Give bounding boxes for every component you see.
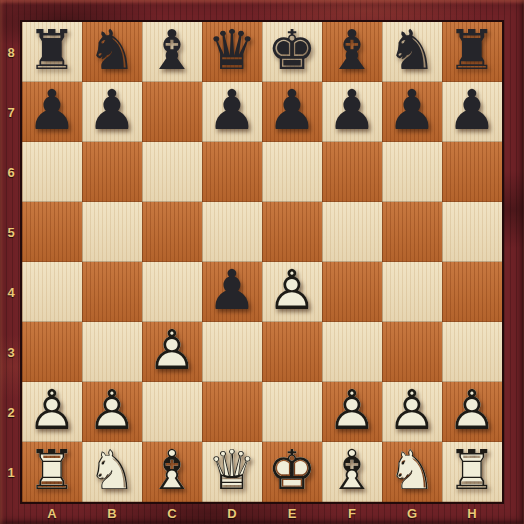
square-d2[interactable] xyxy=(202,382,262,442)
file-labels: ABCDEFGH xyxy=(22,502,502,524)
piece-white-pawn[interactable]: ♟♙ xyxy=(382,382,442,442)
square-c3[interactable]: ♟♙ xyxy=(142,322,202,382)
rank-label-8: 8 xyxy=(0,22,22,82)
piece-white-rook[interactable]: ♜♖ xyxy=(442,442,502,502)
rank-label-2: 2 xyxy=(0,382,22,442)
square-e2[interactable] xyxy=(262,382,322,442)
white-pawn-outline: ♙ xyxy=(262,260,322,320)
rank-label-7: 7 xyxy=(0,82,22,142)
square-c2[interactable] xyxy=(142,382,202,442)
piece-black-queen[interactable]: ♛ xyxy=(202,22,262,82)
square-a8[interactable]: ♜ xyxy=(22,22,82,82)
piece-black-rook[interactable]: ♜ xyxy=(442,22,502,82)
square-h2[interactable]: ♟♙ xyxy=(442,382,502,442)
square-c4[interactable] xyxy=(142,262,202,322)
square-b2[interactable]: ♟♙ xyxy=(82,382,142,442)
file-label-d: D xyxy=(202,502,262,524)
piece-white-pawn[interactable]: ♟♙ xyxy=(442,382,502,442)
rank-label-1: 1 xyxy=(0,442,22,502)
square-f4[interactable] xyxy=(322,262,382,322)
piece-black-bishop[interactable]: ♝ xyxy=(322,22,382,82)
board-edge: ♜♞♝♛♚♝♞♜♟♟♟♟♟♟♟♟♟♙♟♙♟♙♟♙♟♙♟♙♟♙♜♖♞♘♝♗♛♕♚♔… xyxy=(20,20,504,504)
square-g4[interactable] xyxy=(382,262,442,322)
square-f1[interactable]: ♝♗ xyxy=(322,442,382,502)
square-c7[interactable] xyxy=(142,82,202,142)
rank-labels: 87654321 xyxy=(0,22,22,502)
file-label-e: E xyxy=(262,502,322,524)
square-h5[interactable] xyxy=(442,202,502,262)
square-g1[interactable]: ♞♘ xyxy=(382,442,442,502)
square-e3[interactable] xyxy=(262,322,322,382)
black-king-glyph: ♚ xyxy=(262,20,322,80)
black-pawn-glyph: ♟ xyxy=(22,80,82,140)
black-rook-glyph: ♜ xyxy=(442,20,502,80)
square-f2[interactable]: ♟♙ xyxy=(322,382,382,442)
square-e1[interactable]: ♚♔ xyxy=(262,442,322,502)
square-b4[interactable] xyxy=(82,262,142,322)
piece-black-pawn[interactable]: ♟ xyxy=(22,82,82,142)
piece-black-pawn[interactable]: ♟ xyxy=(82,82,142,142)
piece-white-pawn[interactable]: ♟♙ xyxy=(262,262,322,322)
piece-white-pawn[interactable]: ♟♙ xyxy=(322,382,382,442)
piece-white-pawn[interactable]: ♟♙ xyxy=(82,382,142,442)
square-d3[interactable] xyxy=(202,322,262,382)
piece-black-king[interactable]: ♚ xyxy=(262,22,322,82)
file-label-a: A xyxy=(22,502,82,524)
file-label-g: G xyxy=(382,502,442,524)
white-pawn-outline: ♙ xyxy=(22,380,82,440)
square-e4[interactable]: ♟♙ xyxy=(262,262,322,322)
square-a5[interactable] xyxy=(22,202,82,262)
square-a1[interactable]: ♜♖ xyxy=(22,442,82,502)
square-e6[interactable] xyxy=(262,142,322,202)
square-b5[interactable] xyxy=(82,202,142,262)
square-h4[interactable] xyxy=(442,262,502,322)
square-c5[interactable] xyxy=(142,202,202,262)
black-pawn-glyph: ♟ xyxy=(82,80,142,140)
piece-black-pawn[interactable]: ♟ xyxy=(202,82,262,142)
piece-black-pawn[interactable]: ♟ xyxy=(442,82,502,142)
black-rook-glyph: ♜ xyxy=(22,20,82,80)
piece-white-rook[interactable]: ♜♖ xyxy=(22,442,82,502)
piece-black-pawn[interactable]: ♟ xyxy=(382,82,442,142)
piece-white-king[interactable]: ♚♔ xyxy=(262,442,322,502)
square-g3[interactable] xyxy=(382,322,442,382)
file-label-h: H xyxy=(442,502,502,524)
white-bishop-outline: ♗ xyxy=(322,440,382,500)
square-h8[interactable]: ♜ xyxy=(442,22,502,82)
piece-black-bishop[interactable]: ♝ xyxy=(142,22,202,82)
square-h6[interactable] xyxy=(442,142,502,202)
black-pawn-glyph: ♟ xyxy=(442,80,502,140)
square-e5[interactable] xyxy=(262,202,322,262)
piece-white-queen[interactable]: ♛♕ xyxy=(202,442,262,502)
file-label-f: F xyxy=(322,502,382,524)
white-knight-outline: ♘ xyxy=(382,440,442,500)
rank-label-3: 3 xyxy=(0,322,22,382)
square-a2[interactable]: ♟♙ xyxy=(22,382,82,442)
square-a3[interactable] xyxy=(22,322,82,382)
square-d6[interactable] xyxy=(202,142,262,202)
piece-white-pawn[interactable]: ♟♙ xyxy=(22,382,82,442)
square-b1[interactable]: ♞♘ xyxy=(82,442,142,502)
square-f8[interactable]: ♝ xyxy=(322,22,382,82)
piece-white-knight[interactable]: ♞♘ xyxy=(382,442,442,502)
rank-label-5: 5 xyxy=(0,202,22,262)
square-b6[interactable] xyxy=(82,142,142,202)
piece-black-knight[interactable]: ♞ xyxy=(382,22,442,82)
square-f7[interactable]: ♟ xyxy=(322,82,382,142)
square-g2[interactable]: ♟♙ xyxy=(382,382,442,442)
piece-black-pawn[interactable]: ♟ xyxy=(322,82,382,142)
square-c8[interactable]: ♝ xyxy=(142,22,202,82)
square-e8[interactable]: ♚ xyxy=(262,22,322,82)
black-pawn-glyph: ♟ xyxy=(262,80,322,140)
white-knight-outline: ♘ xyxy=(82,440,142,500)
chess-board-frame: ♜♞♝♛♚♝♞♜♟♟♟♟♟♟♟♟♟♙♟♙♟♙♟♙♟♙♟♙♟♙♜♖♞♘♝♗♛♕♚♔… xyxy=(0,0,524,524)
white-rook-outline: ♖ xyxy=(442,440,502,500)
square-h3[interactable] xyxy=(442,322,502,382)
black-bishop-glyph: ♝ xyxy=(322,20,382,80)
square-d5[interactable] xyxy=(202,202,262,262)
square-d1[interactable]: ♛♕ xyxy=(202,442,262,502)
square-d8[interactable]: ♛ xyxy=(202,22,262,82)
square-e7[interactable]: ♟ xyxy=(262,82,322,142)
square-a4[interactable] xyxy=(22,262,82,322)
square-g5[interactable] xyxy=(382,202,442,262)
square-h1[interactable]: ♜♖ xyxy=(442,442,502,502)
square-c6[interactable] xyxy=(142,142,202,202)
white-pawn-outline: ♙ xyxy=(82,380,142,440)
square-f3[interactable] xyxy=(322,322,382,382)
black-knight-glyph: ♞ xyxy=(82,20,142,80)
black-queen-glyph: ♛ xyxy=(202,20,262,80)
square-g7[interactable]: ♟ xyxy=(382,82,442,142)
file-label-b: B xyxy=(82,502,142,524)
piece-black-knight[interactable]: ♞ xyxy=(82,22,142,82)
square-a7[interactable]: ♟ xyxy=(22,82,82,142)
piece-black-rook[interactable]: ♜ xyxy=(22,22,82,82)
white-pawn-outline: ♙ xyxy=(382,380,442,440)
piece-black-pawn[interactable]: ♟ xyxy=(202,262,262,322)
white-pawn-outline: ♙ xyxy=(142,320,202,380)
chess-board: ♜♞♝♛♚♝♞♜♟♟♟♟♟♟♟♟♟♙♟♙♟♙♟♙♟♙♟♙♟♙♜♖♞♘♝♗♛♕♚♔… xyxy=(22,22,502,502)
square-d7[interactable]: ♟ xyxy=(202,82,262,142)
white-pawn-outline: ♙ xyxy=(442,380,502,440)
rank-label-6: 6 xyxy=(0,142,22,202)
piece-white-pawn[interactable]: ♟♙ xyxy=(142,322,202,382)
square-g6[interactable] xyxy=(382,142,442,202)
square-b8[interactable]: ♞ xyxy=(82,22,142,82)
white-pawn-outline: ♙ xyxy=(322,380,382,440)
file-label-c: C xyxy=(142,502,202,524)
piece-white-knight[interactable]: ♞♘ xyxy=(82,442,142,502)
black-knight-glyph: ♞ xyxy=(382,20,442,80)
black-pawn-glyph: ♟ xyxy=(202,80,262,140)
piece-white-bishop[interactable]: ♝♗ xyxy=(142,442,202,502)
square-h7[interactable]: ♟ xyxy=(442,82,502,142)
black-pawn-glyph: ♟ xyxy=(202,260,262,320)
square-g8[interactable]: ♞ xyxy=(382,22,442,82)
square-f6[interactable] xyxy=(322,142,382,202)
white-rook-outline: ♖ xyxy=(22,440,82,500)
white-king-outline: ♔ xyxy=(262,440,322,500)
square-b7[interactable]: ♟ xyxy=(82,82,142,142)
square-a6[interactable] xyxy=(22,142,82,202)
square-f5[interactable] xyxy=(322,202,382,262)
white-queen-outline: ♕ xyxy=(202,440,262,500)
square-d4[interactable]: ♟ xyxy=(202,262,262,322)
black-pawn-glyph: ♟ xyxy=(382,80,442,140)
square-b3[interactable] xyxy=(82,322,142,382)
piece-white-bishop[interactable]: ♝♗ xyxy=(322,442,382,502)
rank-label-4: 4 xyxy=(0,262,22,322)
white-bishop-outline: ♗ xyxy=(142,440,202,500)
piece-black-pawn[interactable]: ♟ xyxy=(262,82,322,142)
black-bishop-glyph: ♝ xyxy=(142,20,202,80)
square-c1[interactable]: ♝♗ xyxy=(142,442,202,502)
black-pawn-glyph: ♟ xyxy=(322,80,382,140)
